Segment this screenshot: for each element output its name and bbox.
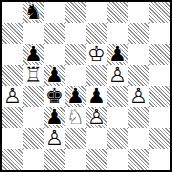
square-e3[interactable]: ♟♙ <box>86 107 107 128</box>
square-h4[interactable] <box>149 86 170 107</box>
square-b2[interactable] <box>23 128 44 149</box>
piece-black-pawn: ♟♟ <box>44 107 65 128</box>
square-e5[interactable] <box>86 65 107 86</box>
piece-black-pawn: ♟♟ <box>107 44 128 65</box>
square-c7[interactable] <box>44 23 65 44</box>
piece-black-pawn: ♟♟ <box>65 86 86 107</box>
piece-black-knight: ♞♞ <box>23 2 44 23</box>
square-d4[interactable]: ♟♟ <box>65 86 86 107</box>
chess-board: ♞♞♟♟♚♔♟♟♜♖♟♟♟♙♟♙♚♚♟♟♟♟♟♙♟♟♞♘♟♙♟♙ <box>0 0 172 172</box>
square-f5[interactable]: ♟♙ <box>107 65 128 86</box>
square-g7[interactable] <box>128 23 149 44</box>
square-g6[interactable] <box>128 44 149 65</box>
piece-black-pawn: ♟♟ <box>44 65 65 86</box>
square-g8[interactable] <box>128 2 149 23</box>
square-f4[interactable] <box>107 86 128 107</box>
square-c2[interactable]: ♟♙ <box>44 128 65 149</box>
square-b8[interactable]: ♞♞ <box>23 2 44 23</box>
piece-white-pawn: ♟♙ <box>128 86 149 107</box>
square-a4[interactable]: ♟♙ <box>2 86 23 107</box>
square-g2[interactable] <box>128 128 149 149</box>
square-b4[interactable] <box>23 86 44 107</box>
square-g1[interactable] <box>128 149 149 170</box>
piece-black-pawn: ♟♟ <box>86 86 107 107</box>
square-b7[interactable] <box>23 23 44 44</box>
square-h5[interactable] <box>149 65 170 86</box>
square-h7[interactable] <box>149 23 170 44</box>
square-c8[interactable] <box>44 2 65 23</box>
square-f7[interactable] <box>107 23 128 44</box>
square-e8[interactable] <box>86 2 107 23</box>
square-a3[interactable] <box>2 107 23 128</box>
chess-diagram: ♞♞♟♟♚♔♟♟♜♖♟♟♟♙♟♙♚♚♟♟♟♟♟♙♟♟♞♘♟♙♟♙ <box>0 0 172 172</box>
piece-black-pawn: ♟♟ <box>23 44 44 65</box>
square-a8[interactable] <box>2 2 23 23</box>
piece-black-king: ♚♚ <box>44 86 65 107</box>
piece-white-knight: ♞♘ <box>65 107 86 128</box>
square-e2[interactable] <box>86 128 107 149</box>
square-f1[interactable] <box>107 149 128 170</box>
piece-white-pawn: ♟♙ <box>2 86 23 107</box>
square-f3[interactable] <box>107 107 128 128</box>
piece-white-rook: ♜♖ <box>23 65 44 86</box>
square-b1[interactable] <box>23 149 44 170</box>
square-h2[interactable] <box>149 128 170 149</box>
square-g4[interactable]: ♟♙ <box>128 86 149 107</box>
square-g5[interactable] <box>128 65 149 86</box>
square-b3[interactable] <box>23 107 44 128</box>
square-d1[interactable] <box>65 149 86 170</box>
square-c1[interactable] <box>44 149 65 170</box>
square-e7[interactable] <box>86 23 107 44</box>
square-c5[interactable]: ♟♟ <box>44 65 65 86</box>
square-e6[interactable]: ♚♔ <box>86 44 107 65</box>
square-b6[interactable]: ♟♟ <box>23 44 44 65</box>
square-c4[interactable]: ♚♚ <box>44 86 65 107</box>
square-d6[interactable] <box>65 44 86 65</box>
square-a2[interactable] <box>2 128 23 149</box>
square-d2[interactable] <box>65 128 86 149</box>
square-h6[interactable] <box>149 44 170 65</box>
piece-white-pawn: ♟♙ <box>44 128 65 149</box>
square-d7[interactable] <box>65 23 86 44</box>
square-b5[interactable]: ♜♖ <box>23 65 44 86</box>
square-f6[interactable]: ♟♟ <box>107 44 128 65</box>
square-a1[interactable] <box>2 149 23 170</box>
piece-white-pawn: ♟♙ <box>107 65 128 86</box>
square-e4[interactable]: ♟♟ <box>86 86 107 107</box>
square-c3[interactable]: ♟♟ <box>44 107 65 128</box>
square-g3[interactable] <box>128 107 149 128</box>
square-h8[interactable] <box>149 2 170 23</box>
square-d5[interactable] <box>65 65 86 86</box>
square-f2[interactable] <box>107 128 128 149</box>
square-e1[interactable] <box>86 149 107 170</box>
square-d3[interactable]: ♞♘ <box>65 107 86 128</box>
piece-white-pawn: ♟♙ <box>86 107 107 128</box>
square-c6[interactable] <box>44 44 65 65</box>
square-h3[interactable] <box>149 107 170 128</box>
piece-white-king: ♚♔ <box>86 44 107 65</box>
square-f8[interactable] <box>107 2 128 23</box>
square-a6[interactable] <box>2 44 23 65</box>
square-h1[interactable] <box>149 149 170 170</box>
square-a5[interactable] <box>2 65 23 86</box>
square-a7[interactable] <box>2 23 23 44</box>
square-d8[interactable] <box>65 2 86 23</box>
